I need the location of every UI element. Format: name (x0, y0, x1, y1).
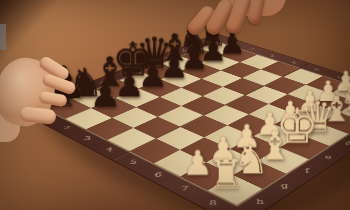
table-edge-highlight (0, 24, 6, 50)
rank-label-near-7: 7 (181, 185, 189, 192)
rank-label-near-8: 8 (209, 199, 217, 207)
file-label-right-g: g (280, 182, 289, 189)
rank-label-far-4: 4 (291, 61, 297, 65)
black-pawn-g2[interactable]: ♟ (90, 76, 121, 111)
rank-label-near-6: 6 (154, 171, 162, 178)
right-hand (188, 0, 288, 50)
file-label-right-f: f (304, 167, 310, 174)
file-label-right-h: h (256, 198, 264, 206)
left-hand (0, 50, 92, 150)
rank-label-near-4: 4 (105, 146, 114, 152)
white-rook-h8[interactable]: ♜ (208, 154, 244, 194)
rank-label-far-5: 5 (313, 68, 320, 72)
chess-scene: ♜♟♟♜♞♟♟♞♝♟♟♝♛♟♟♛♚♟♟♚♝♟♟♝♞♟♟♞♜♟♜ 11aa22bb… (0, 0, 350, 210)
file-label-right-e: e (324, 153, 332, 159)
rank-label-far-3: 3 (270, 54, 276, 58)
file-label-right-d: d (344, 140, 350, 146)
rank-label-near-5: 5 (129, 158, 138, 165)
